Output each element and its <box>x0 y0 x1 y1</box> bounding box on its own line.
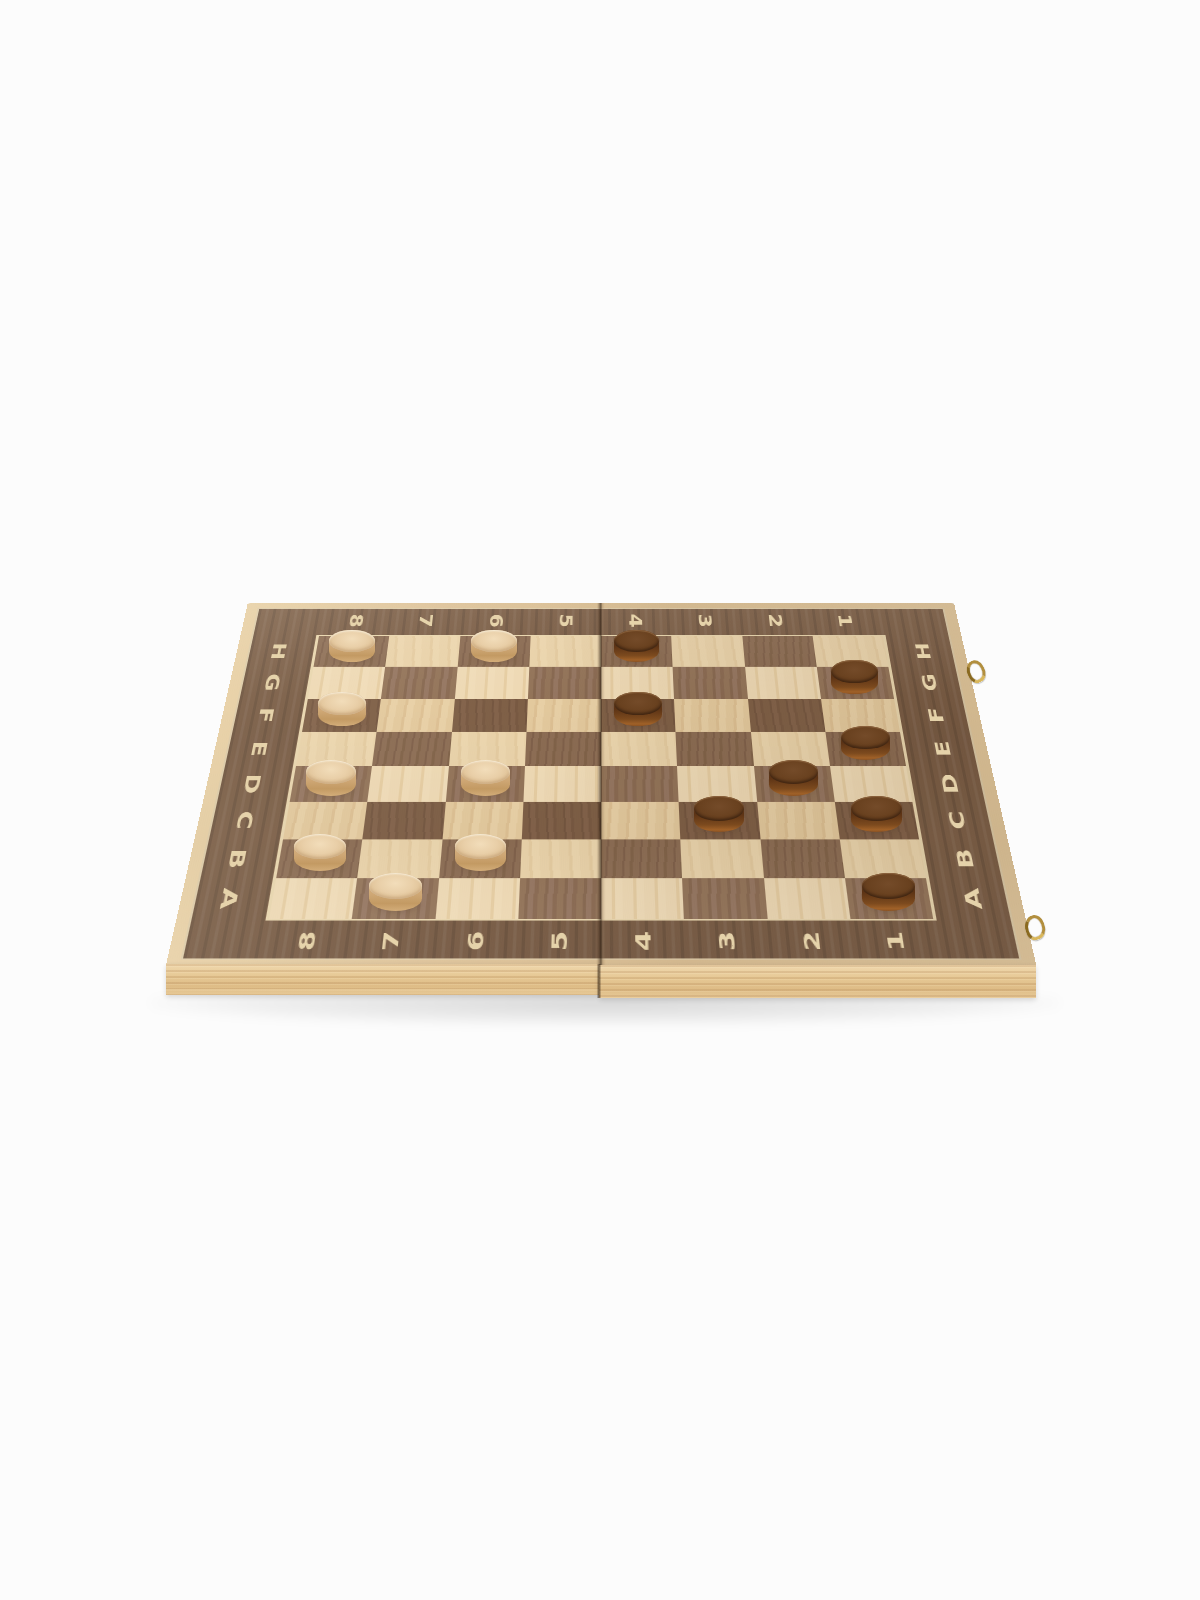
square-D6 <box>445 766 524 802</box>
box-front-left-half <box>166 964 599 995</box>
square-E7 <box>372 732 451 766</box>
square-B2 <box>760 839 845 878</box>
square-F7 <box>377 699 455 732</box>
square-B6 <box>439 839 522 878</box>
square-E1 <box>825 732 906 766</box>
square-E2 <box>750 732 829 766</box>
square-E5 <box>525 732 601 766</box>
square-G5 <box>528 667 601 699</box>
square-D4 <box>601 766 679 802</box>
square-A4 <box>601 878 684 919</box>
square-H1 <box>812 636 888 667</box>
square-H6 <box>457 636 530 667</box>
square-A6 <box>435 878 520 919</box>
square-G7 <box>381 667 457 699</box>
square-H7 <box>385 636 460 667</box>
product-photo: 88HH77GG66FF55EE44DD33CC22BB11AA <box>0 0 1200 1600</box>
square-E4 <box>601 732 677 766</box>
folding-chessboard-surface: 88HH77GG66FF55EE44DD33CC22BB11AA <box>166 603 1037 966</box>
square-E6 <box>449 732 527 766</box>
fold-seam <box>597 603 606 966</box>
square-C4 <box>601 802 681 839</box>
square-C2 <box>757 802 840 839</box>
square-D8 <box>290 766 373 802</box>
square-G6 <box>454 667 529 699</box>
square-B7 <box>357 839 442 878</box>
square-G4 <box>601 667 674 699</box>
square-G2 <box>745 667 821 699</box>
square-B5 <box>520 839 601 878</box>
square-B3 <box>681 839 764 878</box>
square-B4 <box>601 839 682 878</box>
square-A1 <box>845 878 933 919</box>
board-scene: 88HH77GG66FF55EE44DD33CC22BB11AA <box>0 0 1200 1600</box>
square-F8 <box>302 699 381 732</box>
square-D7 <box>368 766 449 802</box>
square-H4 <box>601 636 673 667</box>
square-A8 <box>269 878 357 919</box>
box-front-right-half <box>599 965 1036 998</box>
square-F1 <box>821 699 900 732</box>
square-E3 <box>676 732 754 766</box>
square-H5 <box>529 636 601 667</box>
square-F2 <box>747 699 825 732</box>
square-D1 <box>830 766 913 802</box>
square-B8 <box>276 839 362 878</box>
square-D2 <box>754 766 835 802</box>
square-C6 <box>442 802 523 839</box>
square-C1 <box>835 802 919 839</box>
square-A5 <box>518 878 601 919</box>
square-F5 <box>526 699 601 732</box>
square-C8 <box>283 802 367 839</box>
square-H8 <box>314 636 390 667</box>
square-F3 <box>674 699 750 732</box>
square-F4 <box>601 699 676 732</box>
square-E8 <box>296 732 377 766</box>
square-G1 <box>816 667 894 699</box>
box-front-seam <box>597 964 601 998</box>
square-G3 <box>673 667 748 699</box>
square-A3 <box>682 878 767 919</box>
square-F6 <box>452 699 528 732</box>
square-C7 <box>363 802 446 839</box>
square-H3 <box>671 636 744 667</box>
square-C3 <box>679 802 760 839</box>
square-C5 <box>522 802 601 839</box>
square-A7 <box>352 878 439 919</box>
square-G8 <box>308 667 385 699</box>
square-D5 <box>523 766 601 802</box>
square-D3 <box>677 766 756 802</box>
square-H2 <box>742 636 817 667</box>
square-A2 <box>764 878 851 919</box>
square-B1 <box>840 839 926 878</box>
